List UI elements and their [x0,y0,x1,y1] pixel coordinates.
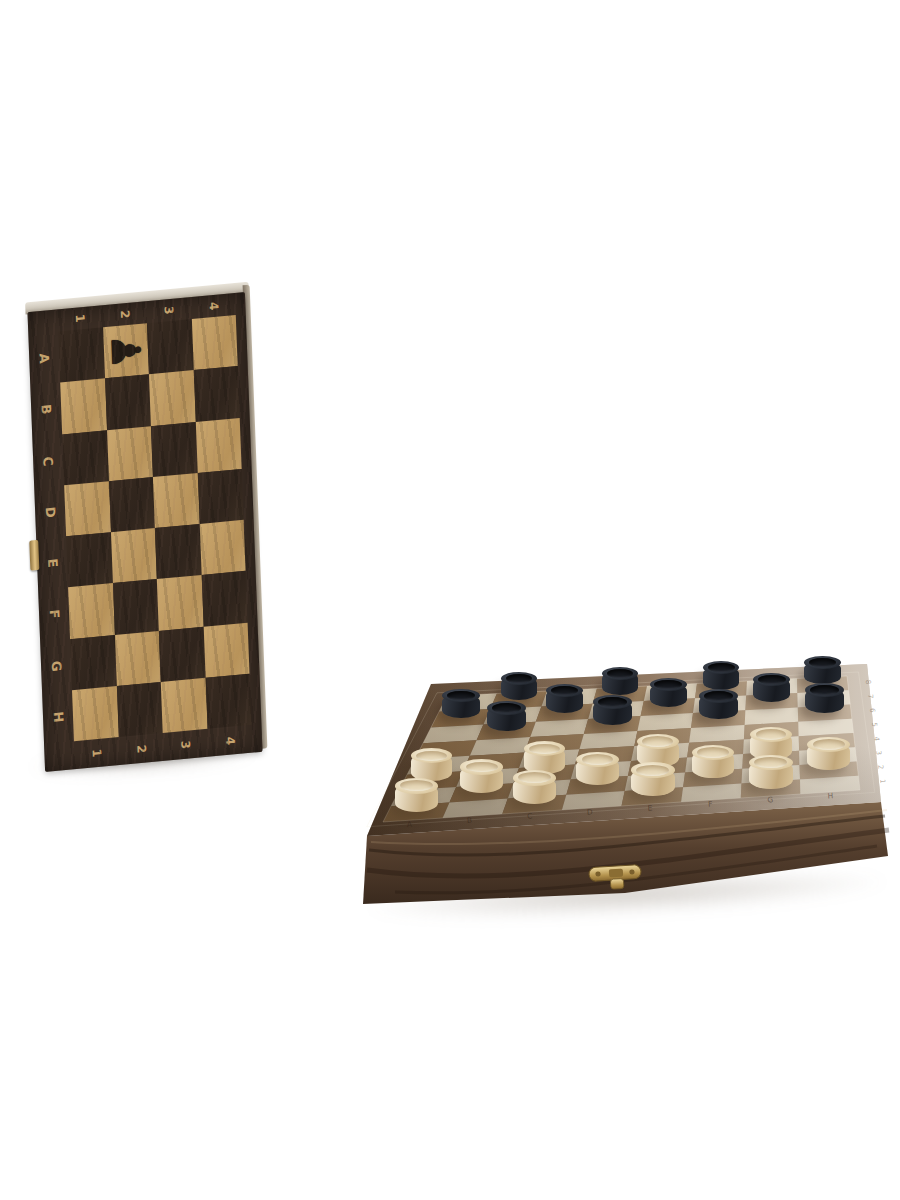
side-coordinate-label: 3 [874,750,882,755]
folded-square-A4 [191,315,237,370]
side-coordinate-label: 4 [872,736,880,742]
checker-recessed-rim [642,736,673,746]
folded-square-F1 [68,583,114,638]
folded-square-B1 [60,379,106,434]
board-coordinate-label: A [38,353,51,364]
board-coordinate-label: C [42,456,55,467]
folded-square-F3 [157,575,203,630]
side-coordinate-label: 2 [876,765,884,770]
front-coordinate-label: D [587,807,594,816]
checker-recessed-rim [551,686,579,695]
board-coordinate-label: D [43,506,56,518]
folded-square-D3 [153,473,199,528]
checker-white-e1[interactable] [631,762,675,796]
checker-black-g7[interactable] [753,673,790,702]
checker-black-a7[interactable] [442,689,479,718]
checker-recessed-rim [582,754,614,765]
checker-black-e7[interactable] [650,678,687,707]
front-coordinate-label: H [827,791,833,800]
folded-square-B2 [105,374,151,429]
board-coordinate-label: 3 [179,740,191,749]
folded-chessboard: ♟ ABCDEFGH 1234 1234 [27,292,262,772]
checker-black-d8[interactable] [602,667,638,695]
checker-black-d6[interactable] [593,695,631,725]
board-coordinate-label: E [45,558,58,568]
checker-recessed-rim [416,751,447,761]
folded-square-D1 [64,481,110,536]
checker-white-c3[interactable] [524,741,566,774]
folded-square-H3 [161,678,207,733]
front-coordinate-label: C [527,812,533,821]
folded-square-C4 [195,417,241,472]
checker-recessed-rim [756,729,787,739]
folded-square-H2 [116,682,162,737]
checker-white-a3[interactable] [411,748,453,781]
side-coordinate-label: 6 [868,708,876,714]
board-coordinate-label: G [49,660,62,672]
checker-white-g1[interactable] [749,755,793,789]
product-photo-stage: ♟ ABCDEFGH 1234 1234 ABCDEFGH12345678 [0,0,900,1200]
checker-recessed-rim [466,762,498,773]
board-coordinate-label: 1 [74,314,86,323]
folded-board-face: ♟ ABCDEFGH 1234 1234 [27,292,262,772]
board-coordinate-label: B [40,404,53,415]
checker-white-b2[interactable] [460,759,503,792]
checker-recessed-rim [492,703,520,713]
checker-black-c7[interactable] [546,684,583,713]
side-coordinate-label: 8 [864,680,872,685]
side-coordinate-label: 5 [870,722,878,727]
checker-recessed-rim [704,691,732,701]
checker-recessed-rim [697,747,729,758]
checker-recessed-rim [506,674,533,683]
checker-recessed-rim [636,765,668,776]
board-coordinate-label: 2 [135,744,147,753]
board-coordinate-label: 2 [118,310,130,319]
checker-white-c1[interactable] [513,770,557,804]
folded-square-A3 [147,319,193,374]
checker-recessed-rim [607,669,634,678]
checker-recessed-rim [529,744,560,754]
board-coordinate-label: 1 [91,748,103,757]
folded-square-F2 [112,579,158,634]
checker-recessed-rim [754,757,786,768]
checker-recessed-rim [598,697,626,707]
folded-square-D4 [197,469,243,524]
folded-square-B4 [193,366,239,421]
checker-black-h6[interactable] [805,683,843,713]
folded-board-clasp [29,540,39,571]
front-coordinate-label: B [467,816,473,825]
folded-square-E3 [155,524,201,579]
front-coordinate-label: E [647,803,653,812]
folded-square-C1 [62,430,108,485]
folded-square-C3 [151,422,197,477]
folded-square-B3 [149,370,195,425]
checker-white-a1[interactable] [395,778,439,812]
folded-square-A2: ♟ [103,323,149,378]
folded-square-C2 [107,426,153,481]
pawn-emblem-icon: ♟ [99,326,152,375]
board-coordinate-label: 3 [163,305,175,314]
folded-square-E2 [110,528,156,583]
checker-black-f6[interactable] [699,689,737,719]
folded-square-G3 [159,626,205,681]
front-coordinate-label: G [767,795,774,804]
folded-board-grid: ♟ [58,315,251,741]
folded-square-G1 [70,635,116,690]
folded-square-F4 [201,571,247,626]
front-coordinate-label: F [708,799,713,808]
checker-white-h2[interactable] [807,737,850,770]
checker-white-f2[interactable] [692,745,735,778]
checker-black-b8[interactable] [501,672,537,700]
checker-white-d2[interactable] [576,752,619,785]
folded-square-H1 [72,686,118,741]
side-coordinate-label: 7 [866,694,874,699]
board-coordinate-label: H [51,711,64,723]
folded-square-H4 [205,673,251,728]
folded-square-G4 [203,622,249,677]
checker-recessed-rim [813,739,845,750]
checker-recessed-rim [758,675,786,684]
folded-square-A1 [58,327,104,382]
folded-square-D2 [109,477,155,532]
checker-black-b6[interactable] [487,701,525,731]
side-coordinate-label: 1 [878,779,886,784]
folded-square-E4 [199,520,245,575]
checker-recessed-rim [810,685,838,695]
folded-square-G2 [114,631,160,686]
board-coordinate-label: 4 [207,301,219,310]
board-coordinate-label: 4 [224,736,236,745]
folded-square-E1 [66,532,112,587]
checker-black-h8[interactable] [804,656,840,684]
board-coordinate-label: F [47,609,60,619]
checker-black-f8[interactable] [703,661,739,689]
